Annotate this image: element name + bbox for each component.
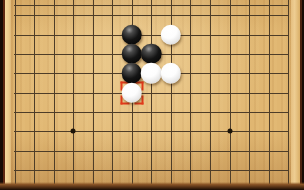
grid-line-vertical (288, 0, 289, 186)
grid-line-vertical (112, 0, 113, 186)
grid-line-vertical (151, 0, 152, 186)
grid-line-vertical (34, 0, 35, 186)
frame-left-highlight (5, 0, 12, 190)
gomoku-app-frame: ●●●●○○○○ (0, 0, 304, 190)
grid-line-vertical (230, 0, 231, 186)
stone-white-last-move[interactable]: ○ (122, 82, 143, 103)
stone-black[interactable]: ● (122, 24, 143, 45)
stone-white[interactable]: ○ (161, 24, 182, 45)
stone-black[interactable]: ● (122, 44, 143, 65)
grid-line-vertical (15, 0, 16, 186)
grid-line-vertical (190, 0, 191, 186)
stone-white[interactable]: ○ (161, 63, 182, 84)
grid-line-vertical (249, 0, 250, 186)
star-point (227, 129, 232, 134)
grid-line-vertical (269, 0, 270, 186)
frame-right-highlight (291, 0, 300, 190)
board-front-edge (0, 182, 304, 190)
grid-line-vertical (73, 0, 74, 186)
stone-black[interactable]: ● (122, 63, 143, 84)
grid-line-vertical (210, 0, 211, 186)
frame-right-outer-edge (302, 0, 304, 190)
star-point (71, 129, 76, 134)
stone-white[interactable]: ○ (141, 63, 162, 84)
stone-black[interactable]: ● (141, 44, 162, 65)
grid-line-vertical (54, 0, 55, 186)
grid-line-vertical (93, 0, 94, 186)
